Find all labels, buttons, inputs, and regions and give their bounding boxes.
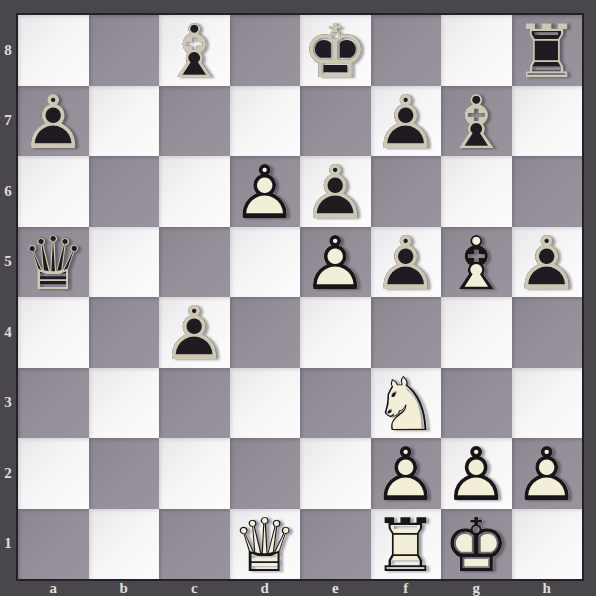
- square-h3[interactable]: [512, 368, 583, 439]
- square-d8[interactable]: [230, 15, 301, 86]
- square-c3[interactable]: [159, 368, 230, 439]
- piece-black-king: ♚♔: [300, 15, 371, 86]
- piece-outline-layer: ♙: [441, 439, 512, 510]
- chess-board: ♝♗♚♔♜♖♟♙♟♙♝♗♟♙♟♙♛♕♟♙♟♙♝♗♟♙♟♙♞♘♟♙♟♙♟♙♛♕♜♖…: [16, 13, 584, 581]
- square-g3[interactable]: [441, 368, 512, 439]
- piece-black-pawn: ♟♙: [159, 297, 230, 368]
- piece-outline-layer: ♙: [371, 228, 442, 299]
- square-b5[interactable]: [89, 227, 160, 298]
- square-f3[interactable]: ♞♘: [371, 368, 442, 439]
- square-h8[interactable]: ♜♖: [512, 15, 583, 86]
- square-d4[interactable]: [230, 297, 301, 368]
- square-f2[interactable]: ♟♙: [371, 438, 442, 509]
- piece-white-pawn: ♟♙: [512, 438, 583, 509]
- square-b7[interactable]: [89, 86, 160, 157]
- square-f4[interactable]: [371, 297, 442, 368]
- square-c6[interactable]: [159, 156, 230, 227]
- square-a1[interactable]: [18, 509, 89, 580]
- piece-outline-layer: ♘: [371, 369, 442, 440]
- square-a6[interactable]: [18, 156, 89, 227]
- square-g6[interactable]: [441, 156, 512, 227]
- square-g4[interactable]: [441, 297, 512, 368]
- file-label-h: h: [512, 580, 583, 596]
- piece-outline-layer: ♕: [18, 228, 89, 299]
- piece-black-pawn: ♟♙: [18, 86, 89, 157]
- square-f5[interactable]: ♟♙: [371, 227, 442, 298]
- square-e3[interactable]: [300, 368, 371, 439]
- piece-black-pawn: ♟♙: [371, 227, 442, 298]
- piece-white-pawn: ♟♙: [230, 156, 301, 227]
- piece-white-pawn: ♟♙: [371, 438, 442, 509]
- piece-outline-layer: ♙: [18, 87, 89, 158]
- square-b4[interactable]: [89, 297, 160, 368]
- square-c5[interactable]: [159, 227, 230, 298]
- square-b1[interactable]: [89, 509, 160, 580]
- rank-label-7: 7: [0, 86, 16, 157]
- square-e2[interactable]: [300, 438, 371, 509]
- square-g7[interactable]: ♝♗: [441, 86, 512, 157]
- piece-outline-layer: ♕: [230, 510, 301, 581]
- square-b2[interactable]: [89, 438, 160, 509]
- square-f8[interactable]: [371, 15, 442, 86]
- square-f1[interactable]: ♜♖: [371, 509, 442, 580]
- piece-black-bishop: ♝♗: [441, 86, 512, 157]
- file-label-g: g: [441, 580, 512, 596]
- piece-black-pawn: ♟♙: [300, 156, 371, 227]
- piece-white-king: ♚♔: [441, 509, 512, 580]
- square-h4[interactable]: [512, 297, 583, 368]
- piece-black-rook: ♜♖: [512, 15, 583, 86]
- square-g1[interactable]: ♚♔: [441, 509, 512, 580]
- rank-label-1: 1: [0, 509, 16, 580]
- piece-outline-layer: ♙: [371, 439, 442, 510]
- file-label-a: a: [18, 580, 89, 596]
- square-f6[interactable]: [371, 156, 442, 227]
- piece-black-pawn: ♟♙: [371, 86, 442, 157]
- piece-outline-layer: ♗: [441, 87, 512, 158]
- square-g5[interactable]: ♝♗: [441, 227, 512, 298]
- square-g2[interactable]: ♟♙: [441, 438, 512, 509]
- piece-outline-layer: ♙: [230, 157, 301, 228]
- piece-outline-layer: ♗: [159, 16, 230, 87]
- piece-outline-layer: ♙: [371, 87, 442, 158]
- square-e6[interactable]: ♟♙: [300, 156, 371, 227]
- rank-label-5: 5: [0, 227, 16, 298]
- square-e7[interactable]: [300, 86, 371, 157]
- piece-white-knight: ♞♘: [371, 368, 442, 439]
- rank-label-4: 4: [0, 297, 16, 368]
- square-b3[interactable]: [89, 368, 160, 439]
- rank-label-6: 6: [0, 156, 16, 227]
- piece-outline-layer: ♙: [159, 298, 230, 369]
- square-h7[interactable]: [512, 86, 583, 157]
- file-label-f: f: [371, 580, 442, 596]
- file-label-d: d: [230, 580, 301, 596]
- file-label-b: b: [89, 580, 160, 596]
- square-c2[interactable]: [159, 438, 230, 509]
- square-a2[interactable]: [18, 438, 89, 509]
- square-c7[interactable]: [159, 86, 230, 157]
- file-labels: abcdefgh: [18, 580, 582, 596]
- square-d7[interactable]: [230, 86, 301, 157]
- square-d5[interactable]: [230, 227, 301, 298]
- square-c4[interactable]: ♟♙: [159, 297, 230, 368]
- piece-black-queen: ♛♕: [18, 227, 89, 298]
- piece-outline-layer: ♔: [441, 510, 512, 581]
- piece-outline-layer: ♖: [371, 510, 442, 581]
- piece-outline-layer: ♙: [512, 228, 583, 299]
- square-a5[interactable]: ♛♕: [18, 227, 89, 298]
- piece-outline-layer: ♖: [512, 16, 583, 87]
- rank-label-3: 3: [0, 368, 16, 439]
- rank-label-8: 8: [0, 15, 16, 86]
- square-g8[interactable]: [441, 15, 512, 86]
- file-label-c: c: [159, 580, 230, 596]
- square-a8[interactable]: [18, 15, 89, 86]
- piece-outline-layer: ♔: [300, 16, 371, 87]
- piece-white-rook: ♜♖: [371, 509, 442, 580]
- piece-outline-layer: ♙: [512, 439, 583, 510]
- piece-white-queen: ♛♕: [230, 509, 301, 580]
- square-e1[interactable]: [300, 509, 371, 580]
- square-a7[interactable]: ♟♙: [18, 86, 89, 157]
- piece-white-bishop: ♝♗: [441, 227, 512, 298]
- piece-outline-layer: ♙: [300, 228, 371, 299]
- piece-white-pawn: ♟♙: [441, 438, 512, 509]
- piece-outline-layer: ♙: [300, 157, 371, 228]
- square-h6[interactable]: [512, 156, 583, 227]
- square-a3[interactable]: [18, 368, 89, 439]
- square-f7[interactable]: ♟♙: [371, 86, 442, 157]
- square-c8[interactable]: ♝♗: [159, 15, 230, 86]
- square-e8[interactable]: ♚♔: [300, 15, 371, 86]
- square-b6[interactable]: [89, 156, 160, 227]
- square-h2[interactable]: ♟♙: [512, 438, 583, 509]
- square-h1[interactable]: [512, 509, 583, 580]
- square-d6[interactable]: ♟♙: [230, 156, 301, 227]
- piece-outline-layer: ♗: [441, 228, 512, 299]
- rank-labels: 87654321: [0, 15, 16, 579]
- file-label-e: e: [300, 580, 371, 596]
- square-d1[interactable]: ♛♕: [230, 509, 301, 580]
- square-h5[interactable]: ♟♙: [512, 227, 583, 298]
- square-b8[interactable]: [89, 15, 160, 86]
- piece-white-pawn: ♟♙: [300, 227, 371, 298]
- chess-board-frame: 87654321 ♝♗♚♔♜♖♟♙♟♙♝♗♟♙♟♙♛♕♟♙♟♙♝♗♟♙♟♙♞♘♟…: [0, 0, 596, 596]
- piece-black-bishop: ♝♗: [159, 15, 230, 86]
- square-e4[interactable]: [300, 297, 371, 368]
- square-c1[interactable]: [159, 509, 230, 580]
- rank-label-2: 2: [0, 438, 16, 509]
- square-e5[interactable]: ♟♙: [300, 227, 371, 298]
- piece-black-pawn: ♟♙: [512, 227, 583, 298]
- square-d3[interactable]: [230, 368, 301, 439]
- square-a4[interactable]: [18, 297, 89, 368]
- square-d2[interactable]: [230, 438, 301, 509]
